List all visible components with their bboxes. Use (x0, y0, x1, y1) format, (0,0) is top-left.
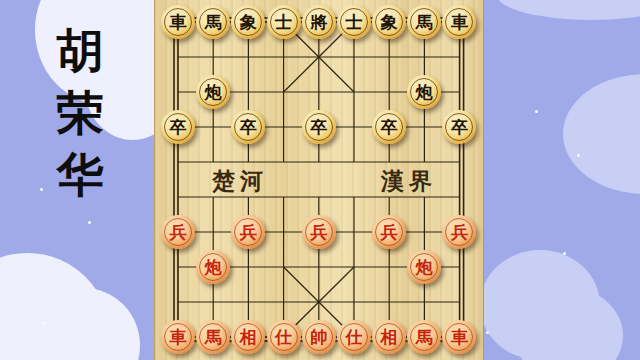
piece-label: 馬 (199, 323, 227, 351)
piece-red-相[interactable]: 相 (231, 320, 265, 354)
piece-red-炮[interactable]: 炮 (196, 250, 230, 284)
piece-red-兵[interactable]: 兵 (231, 215, 265, 249)
piece-label: 馬 (410, 8, 438, 36)
piece-label: 車 (164, 323, 192, 351)
piece-label: 兵 (234, 218, 262, 246)
sparkle (40, 188, 43, 191)
piece-label: 兵 (164, 218, 192, 246)
cloud-top-right (496, 0, 640, 20)
piece-label: 車 (445, 8, 473, 36)
piece-label: 相 (234, 323, 262, 351)
player-name: 胡 荣 华 (54, 26, 106, 200)
piece-red-帥[interactable]: 帥 (302, 320, 336, 354)
piece-label: 兵 (445, 218, 473, 246)
piece-black-士[interactable]: 士 (267, 5, 301, 39)
piece-black-卒[interactable]: 卒 (442, 110, 476, 144)
piece-label: 象 (234, 8, 262, 36)
piece-red-馬[interactable]: 馬 (196, 320, 230, 354)
sparkle (535, 110, 538, 113)
piece-label: 卒 (164, 113, 192, 141)
piece-label: 兵 (305, 218, 333, 246)
piece-black-卒[interactable]: 卒 (302, 110, 336, 144)
piece-label: 卒 (234, 113, 262, 141)
piece-red-車[interactable]: 車 (442, 320, 476, 354)
piece-label: 馬 (410, 323, 438, 351)
piece-red-兵[interactable]: 兵 (302, 215, 336, 249)
piece-label: 士 (270, 8, 298, 36)
piece-label: 車 (445, 323, 473, 351)
piece-label: 卒 (375, 113, 403, 141)
piece-red-馬[interactable]: 馬 (407, 320, 441, 354)
piece-red-兵[interactable]: 兵 (161, 215, 195, 249)
piece-label: 炮 (199, 253, 227, 281)
piece-label: 仕 (270, 323, 298, 351)
piece-label: 馬 (199, 8, 227, 36)
piece-label: 仕 (340, 323, 368, 351)
player-name-char: 华 (57, 150, 104, 200)
piece-red-車[interactable]: 車 (161, 320, 195, 354)
piece-black-象[interactable]: 象 (372, 5, 406, 39)
piece-label: 炮 (410, 253, 438, 281)
piece-label: 士 (340, 8, 368, 36)
piece-black-卒[interactable]: 卒 (161, 110, 195, 144)
piece-black-象[interactable]: 象 (231, 5, 265, 39)
xiangqi-board: 楚河 漢界 車馬象士將士象馬車炮炮卒卒卒卒卒兵兵兵兵兵炮炮車馬相仕帥仕相馬車 (154, 0, 484, 360)
piece-label: 炮 (199, 78, 227, 106)
piece-red-兵[interactable]: 兵 (442, 215, 476, 249)
piece-label: 將 (305, 8, 333, 36)
piece-black-炮[interactable]: 炮 (196, 75, 230, 109)
piece-label: 卒 (445, 113, 473, 141)
sparkle (486, 331, 489, 334)
sparkle (577, 154, 580, 157)
piece-red-兵[interactable]: 兵 (372, 215, 406, 249)
piece-red-相[interactable]: 相 (372, 320, 406, 354)
piece-black-車[interactable]: 車 (161, 5, 195, 39)
sparkle (43, 322, 46, 325)
sparkle (563, 252, 566, 255)
piece-label: 帥 (305, 323, 333, 351)
board-grid: 車馬象士將士象馬車炮炮卒卒卒卒卒兵兵兵兵兵炮炮車馬相仕帥仕相馬車 (160, 5, 477, 355)
piece-label: 象 (375, 8, 403, 36)
piece-black-卒[interactable]: 卒 (372, 110, 406, 144)
player-name-char: 胡 (57, 26, 104, 76)
piece-black-車[interactable]: 車 (442, 5, 476, 39)
piece-black-卒[interactable]: 卒 (231, 110, 265, 144)
piece-black-將[interactable]: 將 (302, 5, 336, 39)
piece-black-馬[interactable]: 馬 (196, 5, 230, 39)
piece-black-馬[interactable]: 馬 (407, 5, 441, 39)
piece-red-仕[interactable]: 仕 (337, 320, 371, 354)
piece-black-炮[interactable]: 炮 (407, 75, 441, 109)
piece-red-仕[interactable]: 仕 (267, 320, 301, 354)
piece-label: 車 (164, 8, 192, 36)
piece-black-士[interactable]: 士 (337, 5, 371, 39)
piece-label: 相 (375, 323, 403, 351)
sparkle (88, 221, 91, 224)
piece-red-炮[interactable]: 炮 (407, 250, 441, 284)
piece-label: 炮 (410, 78, 438, 106)
piece-label: 卒 (305, 113, 333, 141)
piece-label: 兵 (375, 218, 403, 246)
player-name-char: 荣 (57, 88, 104, 138)
